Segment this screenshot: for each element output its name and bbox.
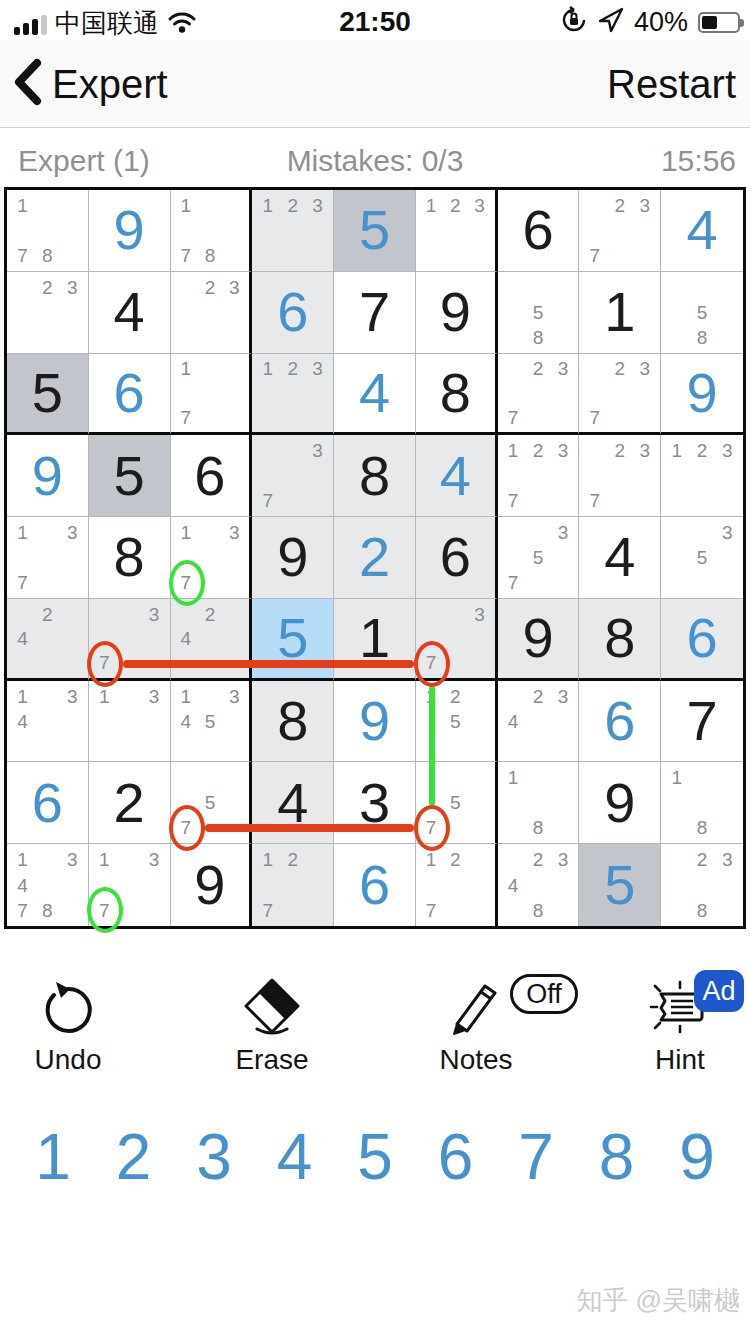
- undo-button[interactable]: Undo: [6, 974, 130, 1076]
- number-pad: 123456789: [0, 1112, 750, 1202]
- note-digit: 2: [689, 438, 714, 463]
- cell-r2c7[interactable]: 58: [498, 272, 580, 354]
- cell-r2c3[interactable]: 23: [171, 272, 253, 354]
- given-digit: 7: [334, 272, 415, 353]
- cell-r5c8[interactable]: 4: [579, 517, 661, 599]
- hint-ad-badge: Ad: [694, 970, 744, 1012]
- note-digit: 4: [10, 709, 35, 734]
- cell-r4c1[interactable]: 9: [7, 435, 89, 517]
- cell-r9c5[interactable]: 6: [334, 844, 416, 926]
- note-digit: 3: [305, 438, 330, 463]
- numpad-2[interactable]: 2: [105, 1125, 163, 1189]
- cell-r5c5[interactable]: 2: [334, 517, 416, 599]
- cell-r8c8[interactable]: 9: [579, 762, 661, 844]
- note-digit: 2: [35, 602, 60, 626]
- note-digit: 3: [632, 193, 657, 218]
- note-digit: 3: [142, 847, 167, 872]
- pencil-notes: 237: [582, 357, 657, 430]
- cell-r3c7[interactable]: 237: [498, 354, 580, 436]
- cell-r2c6[interactable]: 9: [416, 272, 498, 354]
- note-digit: 7: [582, 405, 607, 429]
- pencil-notes: 18: [501, 765, 576, 840]
- cell-r1c4[interactable]: 123: [252, 190, 334, 272]
- cell-r5c3[interactable]: 137: [171, 517, 253, 599]
- cell-r7c1[interactable]: 134: [7, 681, 89, 763]
- note-digit: 7: [92, 650, 117, 674]
- note-digit: 3: [632, 438, 657, 463]
- note-digit: 3: [467, 193, 491, 218]
- note-digit: 8: [689, 325, 714, 350]
- cell-r9c9[interactable]: 238: [661, 844, 743, 926]
- note-digit: 2: [443, 684, 467, 709]
- numpad-9[interactable]: 9: [668, 1125, 726, 1189]
- numpad-3[interactable]: 3: [185, 1125, 243, 1189]
- erase-label: Erase: [210, 1044, 334, 1076]
- cell-r8c2[interactable]: 2: [89, 762, 171, 844]
- pencil-notes: 137: [92, 847, 167, 923]
- note-digit: 7: [255, 898, 280, 923]
- cell-r5c6[interactable]: 6: [416, 517, 498, 599]
- note-digit: 2: [443, 847, 467, 872]
- note-digit: 3: [305, 357, 330, 381]
- note-digit: 7: [10, 898, 35, 923]
- note-digit: 2: [607, 357, 632, 381]
- cell-r8c3[interactable]: 57: [171, 762, 253, 844]
- note-digit: 5: [526, 300, 551, 325]
- pencil-notes: 57: [419, 765, 492, 840]
- cell-r6c7[interactable]: 9: [498, 599, 580, 681]
- note-digit: 2: [198, 602, 222, 626]
- note-digit: 5: [443, 709, 467, 734]
- pencil-notes: 13: [92, 684, 167, 759]
- sudoku-board: 1789178123512362374234236795815856171234…: [4, 187, 746, 929]
- filled-digit: 9: [89, 190, 170, 271]
- given-digit: 9: [171, 844, 250, 926]
- filled-digit: 9: [661, 354, 743, 433]
- note-digit: 7: [419, 898, 443, 923]
- restart-button[interactable]: Restart: [607, 62, 736, 107]
- pencil-notes: 37: [92, 602, 167, 675]
- filled-digit: 5: [334, 190, 415, 271]
- filled-digit: 6: [89, 354, 170, 433]
- note-digit: 1: [174, 520, 198, 545]
- cell-r9c8[interactable]: 5: [579, 844, 661, 926]
- note-digit: 4: [174, 626, 198, 650]
- pencil-notes: 58: [501, 275, 576, 350]
- given-digit: 8: [252, 681, 333, 762]
- cell-r1c1[interactable]: 178: [7, 190, 89, 272]
- note-digit: 3: [551, 520, 576, 545]
- pencil-notes: 2348: [501, 847, 576, 923]
- filled-digit: 2: [334, 517, 415, 598]
- given-digit: 4: [579, 517, 660, 598]
- cell-r6c5[interactable]: 1: [334, 599, 416, 681]
- note-digit: 4: [10, 872, 35, 897]
- eraser-icon: [210, 974, 334, 1040]
- given-digit: 8: [89, 517, 170, 598]
- given-digit: 9: [579, 762, 660, 843]
- cell-r1c2[interactable]: 9: [89, 190, 171, 272]
- cell-r1c7[interactable]: 6: [498, 190, 580, 272]
- cell-r4c6[interactable]: 4: [416, 435, 498, 517]
- status-bar: 中国联通 21:50: [0, 0, 750, 40]
- pencil-notes: 134: [10, 684, 85, 759]
- info-row: Expert (1) Mistakes: 0/3 15:56: [0, 140, 750, 180]
- note-digit: 1: [255, 193, 280, 218]
- battery-icon: [698, 12, 740, 33]
- cell-r6c8[interactable]: 8: [579, 599, 661, 681]
- cell-r7c3[interactable]: 1345: [171, 681, 253, 763]
- note-digit: 3: [222, 275, 246, 300]
- note-digit: 7: [582, 488, 607, 513]
- cell-r4c7[interactable]: 1237: [498, 435, 580, 517]
- pencil-notes: 127: [419, 847, 492, 923]
- filled-digit: 9: [7, 435, 88, 516]
- note-digit: 2: [280, 847, 305, 872]
- pencil-notes: 178: [174, 193, 247, 268]
- pencil-notes: 238: [664, 847, 740, 923]
- cell-r6c9[interactable]: 6: [661, 599, 743, 681]
- note-digit: 2: [526, 438, 551, 463]
- given-digit: 8: [416, 354, 495, 433]
- note-digit: 8: [526, 898, 551, 923]
- note-digit: 2: [198, 275, 222, 300]
- cell-r9c6[interactable]: 127: [416, 844, 498, 926]
- given-digit: 9: [252, 517, 333, 598]
- cell-r6c3[interactable]: 24: [171, 599, 253, 681]
- given-digit: 6: [171, 435, 250, 516]
- back-button[interactable]: Expert: [12, 58, 168, 110]
- note-digit: 2: [607, 193, 632, 218]
- note-digit: 1: [10, 193, 35, 218]
- note-digit: 1: [174, 193, 198, 218]
- note-digit: 8: [35, 898, 60, 923]
- cell-r7c9[interactable]: 7: [661, 681, 743, 763]
- cell-r2c2[interactable]: 4: [89, 272, 171, 354]
- pencil-notes: 237: [582, 193, 657, 268]
- pencil-notes: 23: [174, 275, 247, 350]
- cell-r4c8[interactable]: 237: [579, 435, 661, 517]
- note-digit: 2: [35, 275, 60, 300]
- pencil-notes: 1237: [501, 438, 576, 513]
- cell-r6c6[interactable]: 37: [416, 599, 498, 681]
- note-digit: 3: [715, 520, 740, 545]
- note-digit: 3: [60, 684, 85, 709]
- note-digit: 7: [501, 488, 526, 513]
- cell-r4c4[interactable]: 37: [252, 435, 334, 517]
- note-digit: 3: [60, 847, 85, 872]
- note-digit: 2: [443, 193, 467, 218]
- note-digit: 2: [526, 847, 551, 872]
- note-digit: 1: [501, 438, 526, 463]
- note-digit: 7: [255, 488, 280, 513]
- cell-r6c4[interactable]: 5: [252, 599, 334, 681]
- cell-r9c3[interactable]: 9: [171, 844, 253, 926]
- note-digit: 5: [689, 545, 714, 570]
- cell-r5c1[interactable]: 137: [7, 517, 89, 599]
- filled-digit: 4: [416, 435, 495, 516]
- pencil-notes: 237: [501, 357, 576, 430]
- notes-off-badge: Off: [510, 974, 578, 1014]
- given-digit: 1: [579, 272, 660, 353]
- note-digit: 7: [10, 243, 35, 268]
- given-digit: 2: [89, 762, 170, 843]
- pencil-notes: 17: [174, 357, 247, 430]
- note-digit: 4: [10, 626, 35, 650]
- pencil-notes: 24: [174, 602, 247, 675]
- filled-digit: 5: [579, 844, 660, 926]
- note-digit: 3: [142, 684, 167, 709]
- note-digit: 3: [467, 602, 491, 626]
- pencil-notes: 18: [664, 765, 740, 840]
- note-digit: 4: [174, 709, 198, 734]
- erase-button[interactable]: Erase: [210, 974, 334, 1076]
- pencil-notes: 24: [10, 602, 85, 675]
- pencil-notes: 1345: [174, 684, 247, 759]
- note-digit: 2: [280, 357, 305, 381]
- undo-icon: [6, 974, 130, 1040]
- pencil-notes: 57: [174, 765, 247, 840]
- back-label: Expert: [52, 62, 168, 107]
- note-digit: 4: [501, 872, 526, 897]
- note-digit: 1: [501, 765, 526, 790]
- cell-r2c4[interactable]: 6: [252, 272, 334, 354]
- pencil-notes: 237: [582, 438, 657, 513]
- pencil-notes: 137: [174, 520, 247, 595]
- orientation-lock-icon: [560, 6, 588, 38]
- note-digit: 1: [10, 684, 35, 709]
- cell-r3c1[interactable]: 5: [7, 354, 89, 436]
- cell-r1c3[interactable]: 178: [171, 190, 253, 272]
- note-digit: 3: [715, 847, 740, 872]
- note-digit: 8: [689, 898, 714, 923]
- mistakes-label: Mistakes: 0/3: [0, 144, 750, 178]
- note-digit: 8: [689, 815, 714, 840]
- cell-r7c2[interactable]: 13: [89, 681, 171, 763]
- numpad-6[interactable]: 6: [427, 1125, 485, 1189]
- note-digit: 2: [607, 438, 632, 463]
- note-digit: 5: [443, 790, 467, 815]
- given-digit: 7: [661, 681, 743, 762]
- filled-digit: 9: [334, 681, 415, 762]
- pencil-notes: 127: [255, 847, 330, 923]
- cell-r5c2[interactable]: 8: [89, 517, 171, 599]
- cell-r5c9[interactable]: 35: [661, 517, 743, 599]
- note-digit: 3: [551, 684, 576, 709]
- cell-r5c7[interactable]: 357: [498, 517, 580, 599]
- cell-r3c3[interactable]: 17: [171, 354, 253, 436]
- pencil-notes: 123: [419, 193, 492, 268]
- pencil-notes: 37: [255, 438, 330, 513]
- pencil-notes: 137: [10, 520, 85, 595]
- filled-digit: 6: [579, 681, 660, 762]
- note-digit: 2: [280, 193, 305, 218]
- note-digit: 3: [222, 684, 246, 709]
- note-digit: 5: [689, 300, 714, 325]
- chevron-left-icon: [12, 58, 42, 110]
- pencil-notes: 123: [664, 438, 740, 513]
- pencil-notes: 234: [501, 684, 576, 759]
- note-digit: 2: [689, 847, 714, 872]
- note-digit: 7: [501, 405, 526, 429]
- cell-r2c5[interactable]: 7: [334, 272, 416, 354]
- note-digit: 7: [174, 570, 198, 595]
- cell-r3c8[interactable]: 237: [579, 354, 661, 436]
- note-digit: 3: [60, 275, 85, 300]
- note-digit: 5: [198, 790, 222, 815]
- note-digit: 1: [174, 357, 198, 381]
- numpad-5[interactable]: 5: [346, 1125, 404, 1189]
- note-digit: 5: [198, 709, 222, 734]
- note-digit: 1: [174, 684, 198, 709]
- note-digit: 2: [526, 357, 551, 381]
- numpad-4[interactable]: 4: [266, 1125, 324, 1189]
- note-digit: 8: [526, 815, 551, 840]
- cell-r5c4[interactable]: 9: [252, 517, 334, 599]
- cell-r4c5[interactable]: 8: [334, 435, 416, 517]
- pencil-notes: 35: [664, 520, 740, 595]
- cell-r7c7[interactable]: 234: [498, 681, 580, 763]
- pencil-notes: 23: [10, 275, 85, 350]
- given-digit: 8: [579, 599, 660, 678]
- toolbar: Undo Erase Notes: [0, 958, 750, 1093]
- cell-r8c9[interactable]: 18: [661, 762, 743, 844]
- numpad-1[interactable]: 1: [24, 1125, 82, 1189]
- pencil-notes: 178: [10, 193, 85, 268]
- note-digit: 5: [526, 545, 551, 570]
- note-digit: 7: [419, 650, 443, 674]
- note-digit: 7: [582, 243, 607, 268]
- note-digit: 8: [526, 325, 551, 350]
- given-digit: 5: [89, 435, 170, 516]
- note-digit: 7: [174, 815, 198, 840]
- sudoku-app-screen: 中国联通 21:50: [0, 0, 750, 1334]
- note-digit: 3: [551, 357, 576, 381]
- note-digit: 7: [174, 405, 198, 429]
- given-digit: 4: [252, 762, 333, 843]
- given-digit: 9: [416, 272, 495, 353]
- given-digit: 6: [416, 517, 495, 598]
- cell-r7c8[interactable]: 6: [579, 681, 661, 763]
- given-digit: 8: [334, 435, 415, 516]
- cell-r7c4[interactable]: 8: [252, 681, 334, 763]
- cell-r9c4[interactable]: 127: [252, 844, 334, 926]
- undo-label: Undo: [6, 1044, 130, 1076]
- cell-r2c1[interactable]: 23: [7, 272, 89, 354]
- nav-bar: Expert Restart: [0, 40, 750, 128]
- given-digit: 6: [498, 190, 579, 271]
- cell-r4c9[interactable]: 123: [661, 435, 743, 517]
- given-digit: 1: [334, 599, 415, 678]
- filled-digit: 4: [661, 190, 743, 271]
- cell-r1c5[interactable]: 5: [334, 190, 416, 272]
- note-digit: 7: [501, 570, 526, 595]
- cell-r9c7[interactable]: 2348: [498, 844, 580, 926]
- filled-digit: 6: [7, 762, 88, 843]
- note-digit: 1: [255, 847, 280, 872]
- cell-r7c5[interactable]: 9: [334, 681, 416, 763]
- pencil-notes: 357: [501, 520, 576, 595]
- note-digit: 4: [501, 709, 526, 734]
- given-digit: 9: [498, 599, 579, 678]
- watermark: 知乎 @吴啸樾: [576, 1283, 740, 1318]
- cell-r3c9[interactable]: 9: [661, 354, 743, 436]
- cell-r9c1[interactable]: 13478: [7, 844, 89, 926]
- note-digit: 1: [255, 357, 280, 381]
- note-digit: 7: [92, 898, 117, 923]
- filled-digit: 6: [334, 844, 415, 926]
- given-digit: 3: [334, 762, 415, 843]
- pencil-notes: 123: [255, 357, 330, 430]
- note-digit: 1: [92, 847, 117, 872]
- numpad-7[interactable]: 7: [507, 1125, 565, 1189]
- note-digit: 3: [632, 357, 657, 381]
- note-digit: 1: [92, 684, 117, 709]
- note-digit: 3: [305, 193, 330, 218]
- filled-digit: 5: [252, 599, 333, 678]
- cell-r7c6[interactable]: 125: [416, 681, 498, 763]
- cell-r8c7[interactable]: 18: [498, 762, 580, 844]
- cell-r8c4[interactable]: 4: [252, 762, 334, 844]
- note-digit: 2: [526, 684, 551, 709]
- cell-r9c2[interactable]: 137: [89, 844, 171, 926]
- cell-r8c5[interactable]: 3: [334, 762, 416, 844]
- cell-r1c9[interactable]: 4: [661, 190, 743, 272]
- note-digit: 3: [142, 602, 167, 626]
- cell-r8c1[interactable]: 6: [7, 762, 89, 844]
- given-digit: 5: [7, 354, 88, 433]
- cell-r6c2[interactable]: 37: [89, 599, 171, 681]
- numpad-8[interactable]: 8: [588, 1125, 646, 1189]
- cell-r1c6[interactable]: 123: [416, 190, 498, 272]
- note-digit: 8: [198, 243, 222, 268]
- cell-r3c2[interactable]: 6: [89, 354, 171, 436]
- cell-r3c4[interactable]: 123: [252, 354, 334, 436]
- note-digit: 3: [551, 847, 576, 872]
- cell-r1c8[interactable]: 237: [579, 190, 661, 272]
- pencil-notes: 123: [255, 193, 330, 268]
- note-digit: 7: [174, 243, 198, 268]
- note-digit: 8: [35, 243, 60, 268]
- cell-r2c8[interactable]: 1: [579, 272, 661, 354]
- given-digit: 4: [89, 272, 170, 353]
- pencil-notes: 37: [419, 602, 492, 675]
- note-digit: 3: [551, 438, 576, 463]
- filled-digit: 6: [252, 272, 333, 353]
- note-digit: 7: [419, 815, 443, 840]
- note-digit: 1: [419, 193, 443, 218]
- note-digit: 3: [715, 438, 740, 463]
- filled-digit: 6: [661, 599, 743, 678]
- location-arrow-icon: [598, 7, 624, 37]
- cell-r2c9[interactable]: 58: [661, 272, 743, 354]
- cell-r6c1[interactable]: 24: [7, 599, 89, 681]
- cell-r3c5[interactable]: 4: [334, 354, 416, 436]
- notes-label: Notes: [414, 1044, 538, 1076]
- cell-r3c6[interactable]: 8: [416, 354, 498, 436]
- cell-r4c2[interactable]: 5: [89, 435, 171, 517]
- note-digit: 1: [664, 438, 689, 463]
- cell-r4c3[interactable]: 6: [171, 435, 253, 517]
- note-digit: 1: [419, 847, 443, 872]
- hint-label: Hint: [618, 1044, 742, 1076]
- note-digit: 1: [10, 520, 35, 545]
- pencil-notes: 58: [664, 275, 740, 350]
- note-digit: 7: [10, 570, 35, 595]
- cell-r8c6[interactable]: 57: [416, 762, 498, 844]
- note-digit: 1: [10, 847, 35, 872]
- note-digit: 1: [664, 765, 689, 790]
